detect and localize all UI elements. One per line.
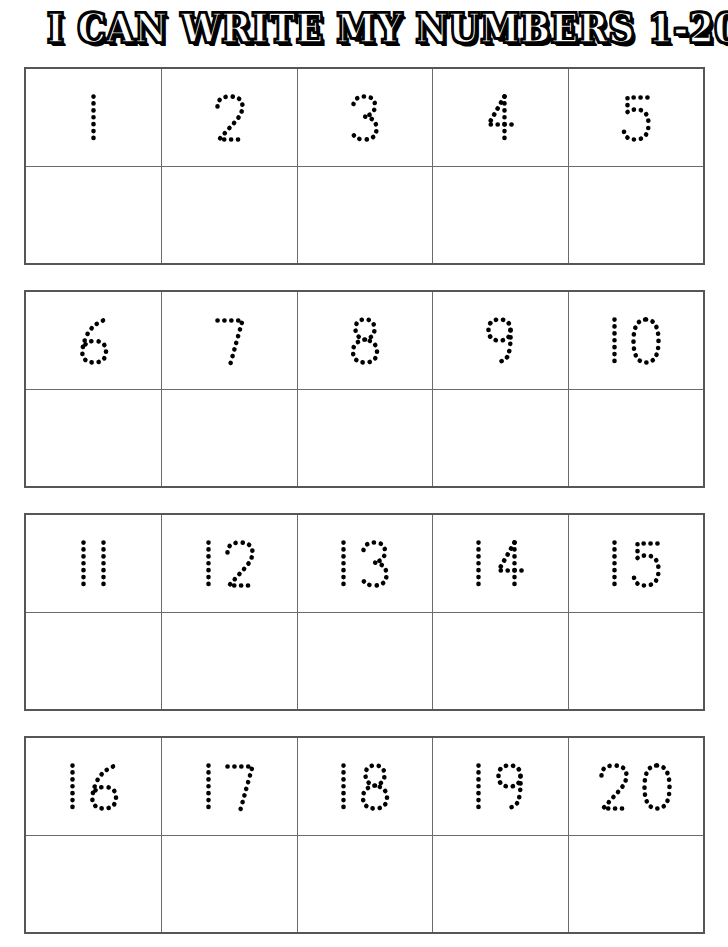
dotted-number — [618, 93, 654, 145]
dotted-number — [66, 762, 122, 814]
page-title: I CAN WRITE MY NUMBERS 1-20 — [0, 6, 728, 50]
dotted-number — [596, 762, 675, 814]
trace-number-cell-3 — [297, 69, 432, 166]
trace-number-cell-20 — [568, 738, 703, 835]
dotted-number — [212, 93, 248, 145]
practice-cell-3 — [297, 166, 432, 263]
dotted-number — [77, 539, 110, 591]
practice-cell-17 — [161, 835, 296, 932]
dotted-number — [608, 539, 664, 591]
trace-number-cell-6 — [26, 292, 161, 389]
practice-cell-11 — [26, 612, 161, 709]
trace-number-cell-14 — [432, 515, 567, 612]
dotted-number — [347, 316, 383, 368]
trace-number-cell-11 — [26, 515, 161, 612]
trace-grid-16-20 — [24, 736, 705, 934]
practice-cell-14 — [432, 612, 567, 709]
trace-number-cell-12 — [161, 515, 296, 612]
worksheet — [24, 67, 705, 934]
practice-cell-9 — [432, 389, 567, 486]
trace-grid-6-10 — [24, 290, 705, 488]
trace-number-cell-16 — [26, 738, 161, 835]
page-title-text: I CAN WRITE MY NUMBERS 1-20 — [47, 6, 728, 50]
practice-cell-5 — [568, 166, 703, 263]
trace-number-cell-4 — [432, 69, 567, 166]
trace-number-cell-5 — [568, 69, 703, 166]
dotted-number — [76, 316, 112, 368]
worksheet-page: { "game": "number-tracing-worksheet", "t… — [0, 0, 728, 947]
trace-number-cell-15 — [568, 515, 703, 612]
practice-cell-12 — [161, 612, 296, 709]
dotted-number — [202, 539, 258, 591]
practice-cell-6 — [26, 389, 161, 486]
trace-number-cell-8 — [297, 292, 432, 389]
trace-number-cell-17 — [161, 738, 296, 835]
dotted-number — [337, 539, 393, 591]
trace-number-cell-18 — [297, 738, 432, 835]
practice-cell-13 — [297, 612, 432, 709]
practice-cell-4 — [432, 166, 567, 263]
trace-number-cell-1 — [26, 69, 161, 166]
dotted-number — [212, 316, 248, 368]
practice-cell-2 — [161, 166, 296, 263]
dotted-number — [347, 93, 383, 145]
practice-cell-18 — [297, 835, 432, 932]
trace-number-cell-13 — [297, 515, 432, 612]
practice-cell-20 — [568, 835, 703, 932]
practice-cell-7 — [161, 389, 296, 486]
dotted-number — [608, 316, 664, 368]
trace-grid-1-5 — [24, 67, 705, 265]
dotted-number — [337, 762, 393, 814]
practice-cell-10 — [568, 389, 703, 486]
trace-number-cell-10 — [568, 292, 703, 389]
dotted-number — [482, 93, 518, 145]
dotted-number — [472, 539, 528, 591]
practice-cell-16 — [26, 835, 161, 932]
practice-cell-15 — [568, 612, 703, 709]
practice-cell-19 — [432, 835, 567, 932]
dotted-number — [472, 762, 528, 814]
dotted-number — [482, 316, 518, 368]
dotted-number — [202, 762, 258, 814]
practice-cell-8 — [297, 389, 432, 486]
trace-number-cell-19 — [432, 738, 567, 835]
dotted-number — [87, 93, 100, 145]
trace-grid-11-15 — [24, 513, 705, 711]
trace-number-cell-2 — [161, 69, 296, 166]
trace-number-cell-7 — [161, 292, 296, 389]
practice-cell-1 — [26, 166, 161, 263]
trace-number-cell-9 — [432, 292, 567, 389]
